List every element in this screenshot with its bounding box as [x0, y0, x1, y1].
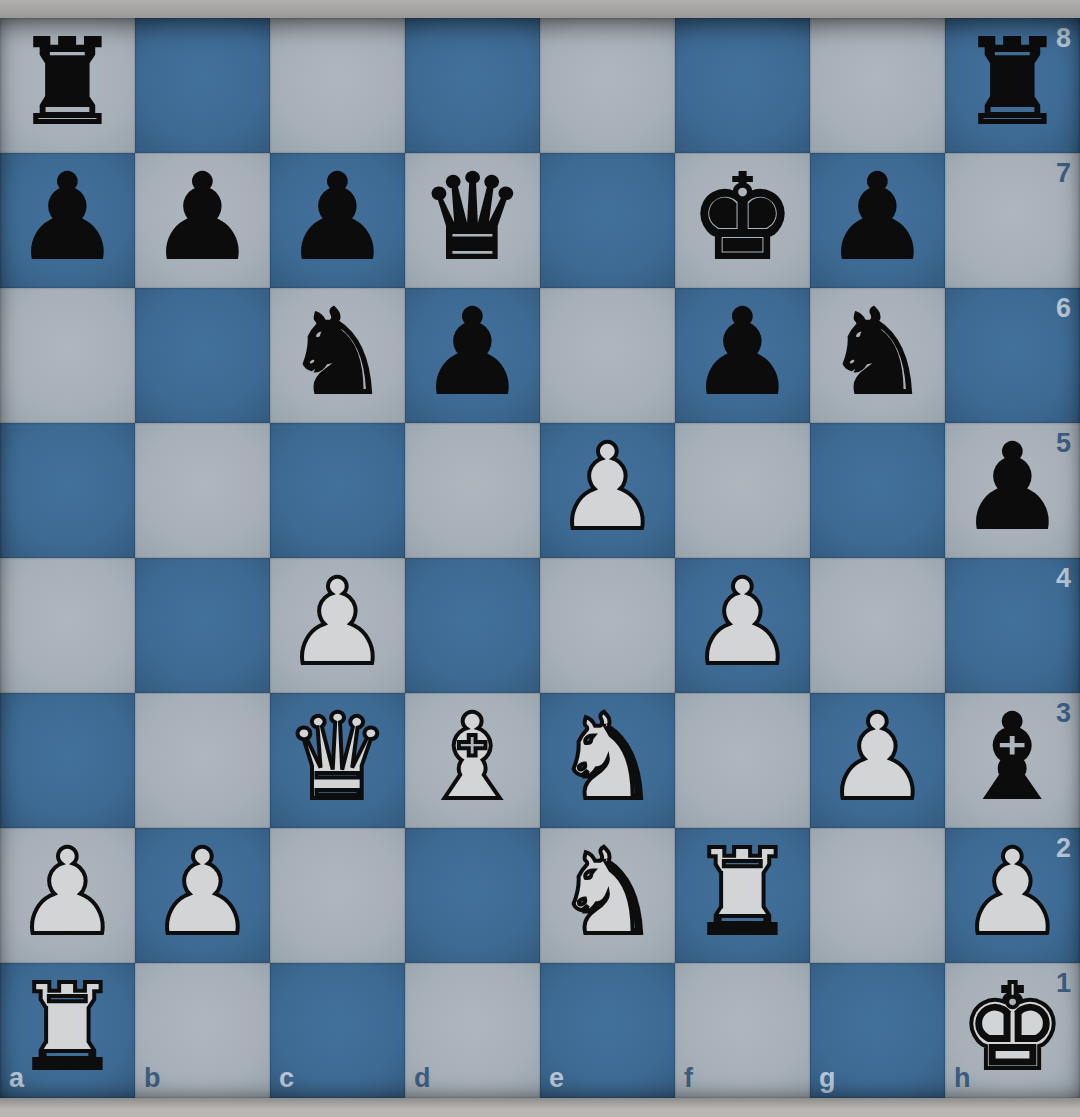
white-bishop[interactable]: ♝: [420, 690, 526, 825]
square-h6[interactable]: 6: [945, 288, 1080, 423]
square-h8[interactable]: ♜8: [945, 18, 1080, 153]
black-king[interactable]: ♚: [690, 150, 796, 285]
white-pawn[interactable]: ♟: [960, 825, 1066, 960]
white-pawn[interactable]: ♟: [555, 420, 661, 555]
white-knight[interactable]: ♞: [555, 825, 661, 960]
square-a6[interactable]: [0, 288, 135, 423]
square-g8[interactable]: [810, 18, 945, 153]
square-f6[interactable]: ♟: [675, 288, 810, 423]
square-f8[interactable]: [675, 18, 810, 153]
square-d3[interactable]: ♝: [405, 693, 540, 828]
square-a3[interactable]: [0, 693, 135, 828]
square-b3[interactable]: [135, 693, 270, 828]
black-pawn[interactable]: ♟: [960, 420, 1066, 555]
square-d5[interactable]: [405, 423, 540, 558]
black-pawn[interactable]: ♟: [690, 285, 796, 420]
square-h3[interactable]: ♝3: [945, 693, 1080, 828]
black-rook[interactable]: ♜: [15, 15, 121, 150]
square-f3[interactable]: [675, 693, 810, 828]
square-b7[interactable]: ♟: [135, 153, 270, 288]
black-pawn[interactable]: ♟: [150, 150, 256, 285]
square-g5[interactable]: [810, 423, 945, 558]
square-b4[interactable]: [135, 558, 270, 693]
file-label-e: e: [549, 1065, 564, 1092]
square-f4[interactable]: ♟: [675, 558, 810, 693]
square-e2[interactable]: ♞: [540, 828, 675, 963]
chess-board-area: ♜♜8♟♟♟♛♚♟7♞♟♟♞6♟♟5♟♟4♛♝♞♟♝3♟♟♞♜♟2♜abcdef…: [0, 18, 1080, 1098]
square-d8[interactable]: [405, 18, 540, 153]
square-h4[interactable]: 4: [945, 558, 1080, 693]
square-f2[interactable]: ♜: [675, 828, 810, 963]
file-label-c: c: [279, 1065, 294, 1092]
black-pawn[interactable]: ♟: [420, 285, 526, 420]
square-d7[interactable]: ♛: [405, 153, 540, 288]
black-knight[interactable]: ♞: [825, 285, 931, 420]
black-pawn[interactable]: ♟: [15, 150, 121, 285]
black-bishop[interactable]: ♝: [960, 690, 1066, 825]
file-label-b: b: [144, 1065, 161, 1092]
square-e7[interactable]: [540, 153, 675, 288]
white-pawn[interactable]: ♟: [150, 825, 256, 960]
square-b5[interactable]: [135, 423, 270, 558]
rank-label-8: 8: [1056, 25, 1071, 52]
square-f7[interactable]: ♚: [675, 153, 810, 288]
square-d1[interactable]: d: [405, 963, 540, 1098]
square-f1[interactable]: f: [675, 963, 810, 1098]
square-h5[interactable]: ♟5: [945, 423, 1080, 558]
file-label-f: f: [684, 1065, 693, 1092]
square-b8[interactable]: [135, 18, 270, 153]
square-e8[interactable]: [540, 18, 675, 153]
file-label-h: h: [954, 1065, 971, 1092]
square-g2[interactable]: [810, 828, 945, 963]
file-label-a: a: [9, 1065, 24, 1092]
white-pawn[interactable]: ♟: [285, 555, 391, 690]
square-a8[interactable]: ♜: [0, 18, 135, 153]
rank-label-4: 4: [1056, 565, 1071, 592]
square-c2[interactable]: [270, 828, 405, 963]
white-pawn[interactable]: ♟: [15, 825, 121, 960]
square-h1[interactable]: ♚1h: [945, 963, 1080, 1098]
square-f5[interactable]: [675, 423, 810, 558]
square-c7[interactable]: ♟: [270, 153, 405, 288]
white-pawn[interactable]: ♟: [825, 690, 931, 825]
square-d2[interactable]: [405, 828, 540, 963]
page-margin-top: [0, 0, 1080, 18]
square-h2[interactable]: ♟2: [945, 828, 1080, 963]
square-d6[interactable]: ♟: [405, 288, 540, 423]
square-e4[interactable]: [540, 558, 675, 693]
rank-label-1: 1: [1056, 970, 1071, 997]
page-margin-bottom: [0, 1098, 1080, 1117]
square-g4[interactable]: [810, 558, 945, 693]
square-e6[interactable]: [540, 288, 675, 423]
file-label-d: d: [414, 1065, 431, 1092]
square-h7[interactable]: 7: [945, 153, 1080, 288]
black-pawn[interactable]: ♟: [285, 150, 391, 285]
square-b2[interactable]: ♟: [135, 828, 270, 963]
square-e3[interactable]: ♞: [540, 693, 675, 828]
square-c3[interactable]: ♛: [270, 693, 405, 828]
black-knight[interactable]: ♞: [285, 285, 391, 420]
square-g3[interactable]: ♟: [810, 693, 945, 828]
rank-label-6: 6: [1056, 295, 1071, 322]
square-b6[interactable]: [135, 288, 270, 423]
square-c8[interactable]: [270, 18, 405, 153]
square-d4[interactable]: [405, 558, 540, 693]
white-queen[interactable]: ♛: [285, 690, 391, 825]
square-a1[interactable]: ♜a: [0, 963, 135, 1098]
black-queen[interactable]: ♛: [420, 150, 526, 285]
square-b1[interactable]: b: [135, 963, 270, 1098]
square-a7[interactable]: ♟: [0, 153, 135, 288]
white-pawn[interactable]: ♟: [690, 555, 796, 690]
rank-label-7: 7: [1056, 160, 1071, 187]
square-g1[interactable]: g: [810, 963, 945, 1098]
square-c4[interactable]: ♟: [270, 558, 405, 693]
white-rook[interactable]: ♜: [690, 825, 796, 960]
file-label-g: g: [819, 1065, 836, 1092]
rank-label-2: 2: [1056, 835, 1071, 862]
square-a5[interactable]: [0, 423, 135, 558]
black-pawn[interactable]: ♟: [825, 150, 931, 285]
square-e5[interactable]: ♟: [540, 423, 675, 558]
square-g6[interactable]: ♞: [810, 288, 945, 423]
white-knight[interactable]: ♞: [555, 690, 661, 825]
square-g7[interactable]: ♟: [810, 153, 945, 288]
white-rook[interactable]: ♜: [15, 960, 121, 1095]
square-a4[interactable]: [0, 558, 135, 693]
square-c6[interactable]: ♞: [270, 288, 405, 423]
white-king[interactable]: ♚: [960, 960, 1066, 1095]
rank-label-5: 5: [1056, 430, 1071, 457]
square-e1[interactable]: e: [540, 963, 675, 1098]
square-c5[interactable]: [270, 423, 405, 558]
black-rook[interactable]: ♜: [960, 15, 1066, 150]
chess-board: ♜♜8♟♟♟♛♚♟7♞♟♟♞6♟♟5♟♟4♛♝♞♟♝3♟♟♞♜♟2♜abcdef…: [0, 18, 1080, 1098]
rank-label-3: 3: [1056, 700, 1071, 727]
square-a2[interactable]: ♟: [0, 828, 135, 963]
square-c1[interactable]: c: [270, 963, 405, 1098]
